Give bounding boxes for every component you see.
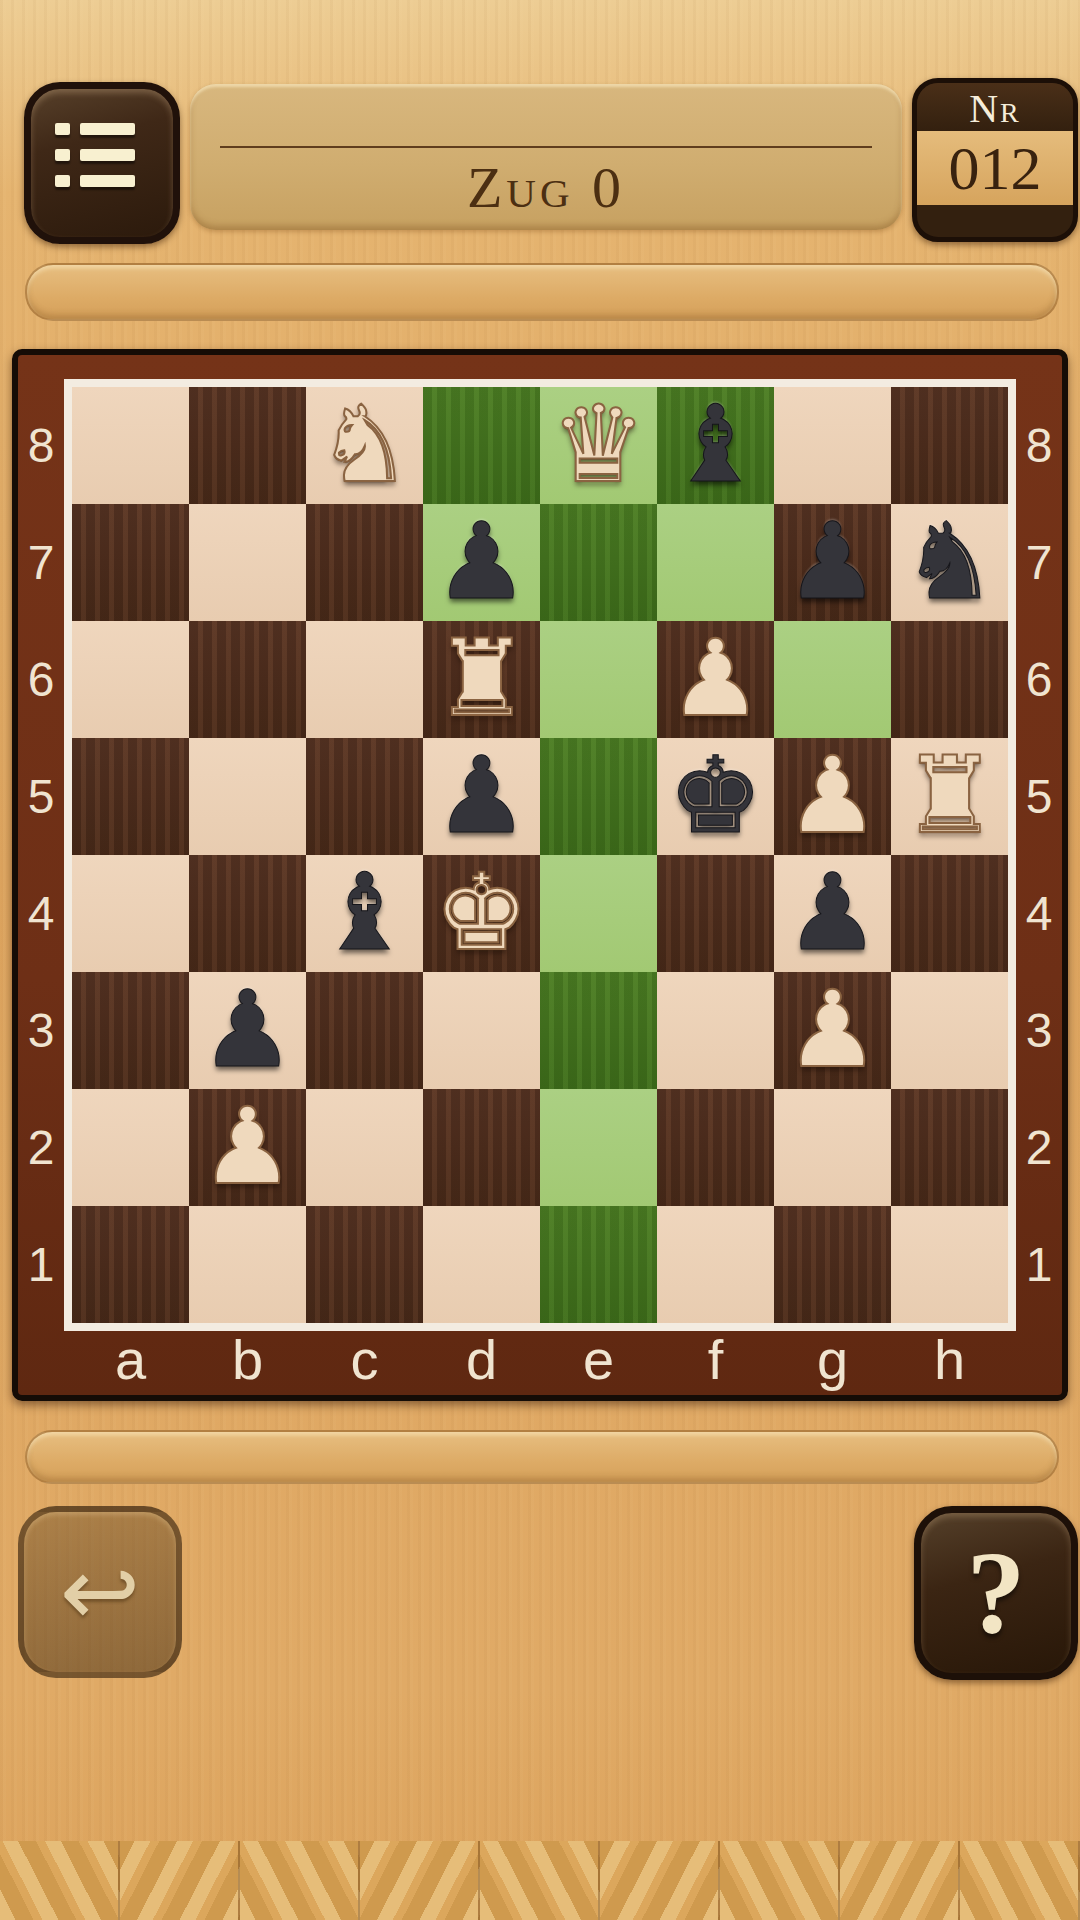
parquet-plank xyxy=(240,1841,360,1920)
file-label-c: c xyxy=(306,1327,423,1392)
square-f6[interactable]: ♟ xyxy=(657,621,774,738)
square-f5[interactable]: ♚ xyxy=(657,738,774,855)
puzzle-number-label: Nr xyxy=(917,83,1073,131)
square-g6[interactable] xyxy=(774,621,891,738)
square-a3[interactable] xyxy=(72,972,189,1089)
rank-label-1: 1 xyxy=(18,1206,64,1323)
help-button[interactable]: ? xyxy=(914,1506,1078,1680)
piece-white-pawn-f6[interactable]: ♟ xyxy=(668,626,763,732)
parquet-strip xyxy=(0,1841,1080,1920)
square-h2[interactable] xyxy=(891,1089,1008,1206)
rank-label-3: 3 xyxy=(18,972,64,1089)
square-e8[interactable]: ♛ xyxy=(540,387,657,504)
square-a2[interactable] xyxy=(72,1089,189,1206)
rank-label-5: 5 xyxy=(1016,738,1062,855)
square-e3[interactable] xyxy=(540,972,657,1089)
piece-black-king-f5[interactable]: ♚ xyxy=(668,743,763,849)
file-label-d: d xyxy=(423,1327,540,1392)
square-f7[interactable] xyxy=(657,504,774,621)
square-f3[interactable] xyxy=(657,972,774,1089)
square-a8[interactable] xyxy=(72,387,189,504)
file-label-h: h xyxy=(891,1327,1008,1392)
piece-white-pawn-b2[interactable]: ♟ xyxy=(200,1094,295,1200)
rank-label-8: 8 xyxy=(18,387,64,504)
puzzle-number-value: 012 xyxy=(917,131,1073,205)
square-g1[interactable] xyxy=(774,1206,891,1323)
question-mark-icon: ? xyxy=(921,1513,1071,1673)
square-h8[interactable] xyxy=(891,387,1008,504)
square-f8[interactable]: ♝ xyxy=(657,387,774,504)
square-c4[interactable]: ♝ xyxy=(306,855,423,972)
piece-white-knight-c8[interactable]: ♞ xyxy=(317,392,412,498)
square-g5[interactable]: ♟ xyxy=(774,738,891,855)
rank-label-1: 1 xyxy=(1016,1206,1062,1323)
undo-button[interactable]: ↩ xyxy=(18,1506,182,1678)
square-e5[interactable] xyxy=(540,738,657,855)
square-g8[interactable] xyxy=(774,387,891,504)
square-b5[interactable] xyxy=(189,738,306,855)
square-a4[interactable] xyxy=(72,855,189,972)
square-b3[interactable]: ♟ xyxy=(189,972,306,1089)
parquet-plank xyxy=(120,1841,240,1920)
rank-label-6: 6 xyxy=(18,621,64,738)
menu-button[interactable] xyxy=(24,82,180,244)
square-a6[interactable] xyxy=(72,621,189,738)
square-a7[interactable] xyxy=(72,504,189,621)
parquet-plank xyxy=(840,1841,960,1920)
rank-label-8: 8 xyxy=(1016,387,1062,504)
bottom-message-bar xyxy=(25,1430,1059,1484)
top-message-bar xyxy=(25,263,1059,321)
square-h3[interactable] xyxy=(891,972,1008,1089)
parquet-plank xyxy=(600,1841,720,1920)
square-g7[interactable]: ♟ xyxy=(774,504,891,621)
rank-label-2: 2 xyxy=(18,1089,64,1206)
square-a1[interactable] xyxy=(72,1206,189,1323)
square-f1[interactable] xyxy=(657,1206,774,1323)
square-d6[interactable]: ♜ xyxy=(423,621,540,738)
rank-label-4: 4 xyxy=(18,855,64,972)
square-b8[interactable] xyxy=(189,387,306,504)
square-b2[interactable]: ♟ xyxy=(189,1089,306,1206)
square-b4[interactable] xyxy=(189,855,306,972)
file-labels-bottom: abcdefgh xyxy=(72,1327,1008,1389)
square-d2[interactable] xyxy=(423,1089,540,1206)
square-e4[interactable] xyxy=(540,855,657,972)
board-inner-border: ♞♛♝♟♟♞♜♟♟♚♟♜♝♚♟♟♟♟ xyxy=(64,379,1016,1331)
rank-label-2: 2 xyxy=(1016,1089,1062,1206)
rank-label-5: 5 xyxy=(18,738,64,855)
list-icon xyxy=(55,121,135,191)
piece-black-pawn-g7[interactable]: ♟ xyxy=(785,509,880,615)
move-counter-text: Zug 0 xyxy=(190,148,902,228)
square-b6[interactable] xyxy=(189,621,306,738)
square-h1[interactable] xyxy=(891,1206,1008,1323)
square-e6[interactable] xyxy=(540,621,657,738)
parquet-plank xyxy=(0,1841,120,1920)
square-d7[interactable]: ♟ xyxy=(423,504,540,621)
square-h6[interactable] xyxy=(891,621,1008,738)
move-counter-box: Zug 0 xyxy=(190,84,902,230)
square-b7[interactable] xyxy=(189,504,306,621)
square-g3[interactable]: ♟ xyxy=(774,972,891,1089)
file-label-f: f xyxy=(657,1327,774,1392)
piece-black-pawn-d5[interactable]: ♟ xyxy=(434,743,529,849)
square-d4[interactable]: ♚ xyxy=(423,855,540,972)
parquet-plank xyxy=(720,1841,840,1920)
app-screen: Zug 0 Nr 012 87654321 87654321 ♞♛♝♟♟♞♜♟♟… xyxy=(0,0,1080,1920)
piece-black-knight-h7[interactable]: ♞ xyxy=(902,509,997,615)
piece-black-bishop-f8[interactable]: ♝ xyxy=(668,392,763,498)
rank-label-4: 4 xyxy=(1016,855,1062,972)
piece-black-bishop-c4[interactable]: ♝ xyxy=(317,860,412,966)
piece-black-pawn-b3[interactable]: ♟ xyxy=(200,977,295,1083)
file-label-e: e xyxy=(540,1327,657,1392)
file-label-g: g xyxy=(774,1327,891,1392)
square-d1[interactable] xyxy=(423,1206,540,1323)
square-e2[interactable] xyxy=(540,1089,657,1206)
parquet-plank xyxy=(960,1841,1080,1920)
square-h5[interactable]: ♜ xyxy=(891,738,1008,855)
piece-black-pawn-g4[interactable]: ♟ xyxy=(785,860,880,966)
piece-black-pawn-d7[interactable]: ♟ xyxy=(434,509,529,615)
square-c1[interactable] xyxy=(306,1206,423,1323)
square-c6[interactable] xyxy=(306,621,423,738)
rank-labels-left: 87654321 xyxy=(18,387,64,1323)
piece-white-rook-h5[interactable]: ♜ xyxy=(902,743,997,849)
square-d8[interactable] xyxy=(423,387,540,504)
square-d3[interactable] xyxy=(423,972,540,1089)
piece-white-rook-d6[interactable]: ♜ xyxy=(434,626,529,732)
square-e1[interactable] xyxy=(540,1206,657,1323)
parquet-plank xyxy=(480,1841,600,1920)
piece-white-pawn-g5[interactable]: ♟ xyxy=(785,743,880,849)
square-c8[interactable]: ♞ xyxy=(306,387,423,504)
square-h4[interactable] xyxy=(891,855,1008,972)
piece-white-king-d4[interactable]: ♚ xyxy=(434,860,529,966)
puzzle-number-box[interactable]: Nr 012 xyxy=(912,78,1078,242)
rank-label-7: 7 xyxy=(18,504,64,621)
file-label-b: b xyxy=(189,1327,306,1392)
square-c5[interactable] xyxy=(306,738,423,855)
rank-label-3: 3 xyxy=(1016,972,1062,1089)
square-c2[interactable] xyxy=(306,1089,423,1206)
parquet-plank xyxy=(360,1841,480,1920)
rank-label-7: 7 xyxy=(1016,504,1062,621)
square-f2[interactable] xyxy=(657,1089,774,1206)
square-d5[interactable]: ♟ xyxy=(423,738,540,855)
square-b1[interactable] xyxy=(189,1206,306,1323)
undo-arrow-icon: ↩ xyxy=(24,1512,176,1672)
square-f4[interactable] xyxy=(657,855,774,972)
square-c3[interactable] xyxy=(306,972,423,1089)
rank-labels-right: 87654321 xyxy=(1016,387,1062,1323)
chess-board: 87654321 87654321 ♞♛♝♟♟♞♜♟♟♚♟♜♝♚♟♟♟♟ abc… xyxy=(12,349,1068,1401)
piece-white-pawn-g3[interactable]: ♟ xyxy=(785,977,880,1083)
rank-label-6: 6 xyxy=(1016,621,1062,738)
square-a5[interactable] xyxy=(72,738,189,855)
square-h7[interactable]: ♞ xyxy=(891,504,1008,621)
board-squares: ♞♛♝♟♟♞♜♟♟♚♟♜♝♚♟♟♟♟ xyxy=(72,387,1008,1323)
square-g4[interactable]: ♟ xyxy=(774,855,891,972)
square-g2[interactable] xyxy=(774,1089,891,1206)
square-e7[interactable] xyxy=(540,504,657,621)
square-c7[interactable] xyxy=(306,504,423,621)
piece-white-queen-e8[interactable]: ♛ xyxy=(551,392,646,498)
file-label-a: a xyxy=(72,1327,189,1392)
